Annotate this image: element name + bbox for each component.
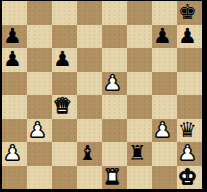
square-a7[interactable]: ♟ <box>2 25 27 49</box>
square-b1[interactable] <box>27 166 52 190</box>
square-c4[interactable]: ♛ <box>52 95 77 119</box>
square-d3[interactable] <box>77 119 102 143</box>
square-b8[interactable] <box>27 1 52 25</box>
square-h3[interactable]: ♛ <box>177 119 202 143</box>
square-f6[interactable] <box>127 48 152 72</box>
square-g4[interactable] <box>152 95 177 119</box>
chess-app: ♚♟♟♟♟♟♟♛♟♟♛♟♝♜♟♜♚ <box>0 0 207 192</box>
square-a4[interactable] <box>2 95 27 119</box>
square-d7[interactable] <box>77 25 102 49</box>
piece-black-king[interactable]: ♚ <box>178 1 197 25</box>
square-f3[interactable] <box>127 119 152 143</box>
piece-black-bishop[interactable]: ♝ <box>78 142 97 166</box>
square-a2[interactable]: ♟ <box>2 142 27 166</box>
piece-black-rook[interactable]: ♜ <box>128 142 147 166</box>
piece-white-pawn[interactable]: ♟ <box>28 119 47 143</box>
board-frame: ♚♟♟♟♟♟♟♛♟♟♛♟♝♜♟♜♚ <box>0 0 207 192</box>
square-b3[interactable]: ♟ <box>27 119 52 143</box>
square-g8[interactable] <box>152 1 177 25</box>
piece-black-queen[interactable]: ♛ <box>178 119 197 143</box>
square-c5[interactable] <box>52 72 77 96</box>
square-e2[interactable] <box>102 142 127 166</box>
square-b2[interactable] <box>27 142 52 166</box>
square-c7[interactable] <box>52 25 77 49</box>
piece-white-pawn[interactable]: ♟ <box>178 142 197 166</box>
piece-white-queen[interactable]: ♛ <box>53 95 72 119</box>
square-e4[interactable] <box>102 95 127 119</box>
piece-black-pawn[interactable]: ♟ <box>53 48 72 72</box>
square-e7[interactable] <box>102 25 127 49</box>
square-f5[interactable] <box>127 72 152 96</box>
square-e6[interactable] <box>102 48 127 72</box>
square-a6[interactable]: ♟ <box>2 48 27 72</box>
square-f7[interactable] <box>127 25 152 49</box>
square-a5[interactable] <box>2 72 27 96</box>
square-b7[interactable] <box>27 25 52 49</box>
square-f2[interactable]: ♜ <box>127 142 152 166</box>
piece-white-pawn[interactable]: ♟ <box>3 142 22 166</box>
square-c2[interactable] <box>52 142 77 166</box>
square-h7[interactable]: ♟ <box>177 25 202 49</box>
square-g6[interactable] <box>152 48 177 72</box>
square-a3[interactable] <box>2 119 27 143</box>
piece-black-pawn[interactable]: ♟ <box>3 25 22 49</box>
square-f1[interactable] <box>127 166 152 190</box>
square-c1[interactable] <box>52 166 77 190</box>
square-g2[interactable] <box>152 142 177 166</box>
square-c3[interactable] <box>52 119 77 143</box>
piece-black-pawn[interactable]: ♟ <box>178 25 197 49</box>
square-h6[interactable] <box>177 48 202 72</box>
square-d5[interactable] <box>77 72 102 96</box>
square-c8[interactable] <box>52 1 77 25</box>
square-d1[interactable] <box>77 166 102 190</box>
square-e5[interactable]: ♟ <box>102 72 127 96</box>
square-c6[interactable]: ♟ <box>52 48 77 72</box>
square-b4[interactable] <box>27 95 52 119</box>
square-g5[interactable] <box>152 72 177 96</box>
square-h8[interactable]: ♚ <box>177 1 202 25</box>
chess-board: ♚♟♟♟♟♟♟♛♟♟♛♟♝♜♟♜♚ <box>2 1 202 189</box>
square-a1[interactable] <box>2 166 27 190</box>
square-f8[interactable] <box>127 1 152 25</box>
piece-black-pawn[interactable]: ♟ <box>153 25 172 49</box>
square-f4[interactable] <box>127 95 152 119</box>
square-e3[interactable] <box>102 119 127 143</box>
square-b6[interactable] <box>27 48 52 72</box>
piece-white-pawn[interactable]: ♟ <box>103 72 122 96</box>
piece-white-king[interactable]: ♚ <box>178 166 197 190</box>
square-d2[interactable]: ♝ <box>77 142 102 166</box>
square-d4[interactable] <box>77 95 102 119</box>
square-h5[interactable] <box>177 72 202 96</box>
square-g7[interactable]: ♟ <box>152 25 177 49</box>
square-b5[interactable] <box>27 72 52 96</box>
square-h4[interactable] <box>177 95 202 119</box>
square-g1[interactable] <box>152 166 177 190</box>
piece-white-pawn[interactable]: ♟ <box>153 119 172 143</box>
square-e1[interactable]: ♜ <box>102 166 127 190</box>
piece-black-pawn[interactable]: ♟ <box>3 48 22 72</box>
square-d6[interactable] <box>77 48 102 72</box>
piece-white-rook[interactable]: ♜ <box>103 166 122 190</box>
square-e8[interactable] <box>102 1 127 25</box>
square-h2[interactable]: ♟ <box>177 142 202 166</box>
square-d8[interactable] <box>77 1 102 25</box>
square-g3[interactable]: ♟ <box>152 119 177 143</box>
square-h1[interactable]: ♚ <box>177 166 202 190</box>
square-a8[interactable] <box>2 1 27 25</box>
